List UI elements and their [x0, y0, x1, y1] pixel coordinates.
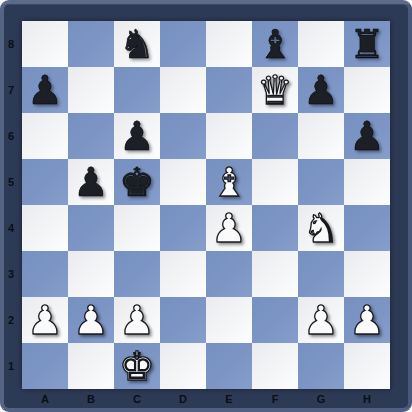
- rank-label-4: 4: [0, 205, 22, 251]
- file-label-b: B: [68, 389, 114, 409]
- white-pawn[interactable]: ♟: [211, 205, 247, 251]
- file-label-a: A: [22, 389, 68, 409]
- square-e1[interactable]: [206, 343, 252, 389]
- square-d3[interactable]: [160, 251, 206, 297]
- square-a4[interactable]: [22, 205, 68, 251]
- chess-board: ♞♝♜♟♛♟♟♟♟♚♝♟♞♟♟♟♟♟♚: [22, 21, 390, 389]
- file-label-e: E: [206, 389, 252, 409]
- white-pawn[interactable]: ♟: [27, 297, 63, 343]
- file-label-c: C: [114, 389, 160, 409]
- file-label-f: F: [252, 389, 298, 409]
- square-a6[interactable]: [22, 113, 68, 159]
- square-d1[interactable]: [160, 343, 206, 389]
- square-c5[interactable]: ♚: [114, 159, 160, 205]
- black-pawn[interactable]: ♟: [303, 67, 339, 113]
- square-d2[interactable]: [160, 297, 206, 343]
- square-g3[interactable]: [298, 251, 344, 297]
- square-d7[interactable]: [160, 67, 206, 113]
- square-h3[interactable]: [344, 251, 390, 297]
- square-g6[interactable]: [298, 113, 344, 159]
- square-a5[interactable]: [22, 159, 68, 205]
- chessboard-widget: 87654321 ABCDEFGH ♞♝♜♟♛♟♟♟♟♚♝♟♞♟♟♟♟♟♚: [0, 0, 412, 412]
- rank-label-8: 8: [0, 21, 22, 67]
- square-e2[interactable]: [206, 297, 252, 343]
- black-pawn[interactable]: ♟: [73, 159, 109, 205]
- square-h1[interactable]: [344, 343, 390, 389]
- square-d8[interactable]: [160, 21, 206, 67]
- square-c4[interactable]: [114, 205, 160, 251]
- white-king[interactable]: ♚: [119, 343, 155, 389]
- white-bishop[interactable]: ♝: [211, 159, 247, 205]
- square-e8[interactable]: [206, 21, 252, 67]
- square-h7[interactable]: [344, 67, 390, 113]
- square-a2[interactable]: ♟: [22, 297, 68, 343]
- square-b4[interactable]: [68, 205, 114, 251]
- square-a8[interactable]: [22, 21, 68, 67]
- square-f3[interactable]: [252, 251, 298, 297]
- white-pawn[interactable]: ♟: [303, 297, 339, 343]
- white-knight[interactable]: ♞: [303, 205, 339, 251]
- square-c6[interactable]: ♟: [114, 113, 160, 159]
- square-f7[interactable]: ♛: [252, 67, 298, 113]
- square-f1[interactable]: [252, 343, 298, 389]
- black-pawn[interactable]: ♟: [27, 67, 63, 113]
- rank-labels: 87654321: [0, 21, 22, 389]
- square-g4[interactable]: ♞: [298, 205, 344, 251]
- square-c1[interactable]: ♚: [114, 343, 160, 389]
- square-b2[interactable]: ♟: [68, 297, 114, 343]
- rank-label-7: 7: [0, 67, 22, 113]
- black-knight[interactable]: ♞: [119, 21, 155, 67]
- white-pawn[interactable]: ♟: [73, 297, 109, 343]
- square-f2[interactable]: [252, 297, 298, 343]
- square-g8[interactable]: [298, 21, 344, 67]
- black-pawn[interactable]: ♟: [349, 113, 385, 159]
- rank-label-3: 3: [0, 251, 22, 297]
- rank-label-1: 1: [0, 343, 22, 389]
- square-h5[interactable]: [344, 159, 390, 205]
- square-f4[interactable]: [252, 205, 298, 251]
- square-f8[interactable]: ♝: [252, 21, 298, 67]
- square-b1[interactable]: [68, 343, 114, 389]
- black-bishop[interactable]: ♝: [257, 21, 293, 67]
- square-e3[interactable]: [206, 251, 252, 297]
- square-e5[interactable]: ♝: [206, 159, 252, 205]
- black-rook[interactable]: ♜: [349, 21, 385, 67]
- square-d6[interactable]: [160, 113, 206, 159]
- rank-label-6: 6: [0, 113, 22, 159]
- square-b6[interactable]: [68, 113, 114, 159]
- white-pawn[interactable]: ♟: [119, 297, 155, 343]
- square-g2[interactable]: ♟: [298, 297, 344, 343]
- square-g5[interactable]: [298, 159, 344, 205]
- black-king[interactable]: ♚: [119, 159, 155, 205]
- square-g7[interactable]: ♟: [298, 67, 344, 113]
- rank-label-5: 5: [0, 159, 22, 205]
- rank-label-2: 2: [0, 297, 22, 343]
- square-c8[interactable]: ♞: [114, 21, 160, 67]
- square-f6[interactable]: [252, 113, 298, 159]
- square-d4[interactable]: [160, 205, 206, 251]
- square-h4[interactable]: [344, 205, 390, 251]
- white-queen[interactable]: ♛: [257, 67, 293, 113]
- square-d5[interactable]: [160, 159, 206, 205]
- file-labels: ABCDEFGH: [22, 389, 390, 409]
- square-a1[interactable]: [22, 343, 68, 389]
- file-label-d: D: [160, 389, 206, 409]
- square-h2[interactable]: ♟: [344, 297, 390, 343]
- square-e4[interactable]: ♟: [206, 205, 252, 251]
- black-pawn[interactable]: ♟: [119, 113, 155, 159]
- square-a7[interactable]: ♟: [22, 67, 68, 113]
- square-c7[interactable]: [114, 67, 160, 113]
- square-e6[interactable]: [206, 113, 252, 159]
- square-g1[interactable]: [298, 343, 344, 389]
- white-pawn[interactable]: ♟: [349, 297, 385, 343]
- square-c3[interactable]: [114, 251, 160, 297]
- square-b8[interactable]: [68, 21, 114, 67]
- square-h8[interactable]: ♜: [344, 21, 390, 67]
- square-e7[interactable]: [206, 67, 252, 113]
- square-c2[interactable]: ♟: [114, 297, 160, 343]
- square-b7[interactable]: [68, 67, 114, 113]
- square-a3[interactable]: [22, 251, 68, 297]
- file-label-g: G: [298, 389, 344, 409]
- square-b5[interactable]: ♟: [68, 159, 114, 205]
- square-b3[interactable]: [68, 251, 114, 297]
- square-f5[interactable]: [252, 159, 298, 205]
- square-h6[interactable]: ♟: [344, 113, 390, 159]
- file-label-h: H: [344, 389, 390, 409]
